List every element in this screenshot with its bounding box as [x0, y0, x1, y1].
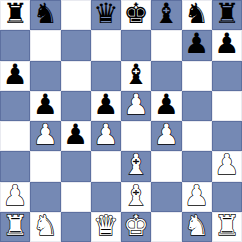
square-e8[interactable]: ♚: [121, 0, 151, 30]
square-c7[interactable]: [61, 30, 91, 60]
square-f8[interactable]: ♝: [151, 0, 181, 30]
square-d7[interactable]: [91, 30, 121, 60]
black-knight[interactable]: ♞: [33, 0, 58, 28]
square-d5[interactable]: ♟: [91, 91, 121, 121]
square-b7[interactable]: [30, 30, 60, 60]
square-a2[interactable]: ♟: [0, 182, 30, 212]
black-rook[interactable]: ♜: [214, 0, 239, 28]
white-pawn[interactable]: ♟: [93, 121, 118, 149]
square-a6[interactable]: ♟: [0, 61, 30, 91]
white-knight[interactable]: ♞: [33, 212, 58, 240]
black-pawn[interactable]: ♟: [63, 121, 88, 149]
square-h1[interactable]: ♜: [212, 212, 242, 242]
square-f6[interactable]: [151, 61, 181, 91]
square-f3[interactable]: [151, 151, 181, 181]
square-f5[interactable]: ♟: [151, 91, 181, 121]
square-a7[interactable]: [0, 30, 30, 60]
square-f4[interactable]: ♟: [151, 121, 181, 151]
square-d3[interactable]: [91, 151, 121, 181]
square-g8[interactable]: ♞: [182, 0, 212, 30]
black-knight[interactable]: ♞: [184, 0, 209, 28]
black-pawn[interactable]: ♟: [93, 91, 118, 119]
square-e5[interactable]: ♟: [121, 91, 151, 121]
square-e7[interactable]: [121, 30, 151, 60]
white-queen[interactable]: ♛: [93, 212, 118, 240]
white-pawn[interactable]: ♟: [154, 121, 179, 149]
square-g1[interactable]: ♞: [182, 212, 212, 242]
black-king[interactable]: ♚: [124, 0, 149, 28]
white-pawn[interactable]: ♟: [184, 182, 209, 210]
square-g2[interactable]: ♟: [182, 182, 212, 212]
square-d6[interactable]: [91, 61, 121, 91]
white-rook[interactable]: ♜: [3, 212, 28, 240]
square-a1[interactable]: ♜: [0, 212, 30, 242]
square-g3[interactable]: [182, 151, 212, 181]
square-c6[interactable]: [61, 61, 91, 91]
white-bishop[interactable]: ♝: [124, 151, 149, 179]
square-h3[interactable]: ♟: [212, 151, 242, 181]
white-bishop[interactable]: ♝: [124, 182, 149, 210]
square-e4[interactable]: [121, 121, 151, 151]
square-c3[interactable]: [61, 151, 91, 181]
square-d8[interactable]: ♛: [91, 0, 121, 30]
square-f1[interactable]: [151, 212, 181, 242]
square-b2[interactable]: [30, 182, 60, 212]
square-d4[interactable]: ♟: [91, 121, 121, 151]
square-h8[interactable]: ♜: [212, 0, 242, 30]
square-f2[interactable]: [151, 182, 181, 212]
white-pawn[interactable]: ♟: [214, 151, 239, 179]
square-a4[interactable]: [0, 121, 30, 151]
black-pawn[interactable]: ♟: [214, 30, 239, 58]
square-h5[interactable]: [212, 91, 242, 121]
square-a8[interactable]: ♜: [0, 0, 30, 30]
black-rook[interactable]: ♜: [3, 0, 28, 28]
square-g5[interactable]: [182, 91, 212, 121]
square-f7[interactable]: [151, 30, 181, 60]
black-pawn[interactable]: ♟: [154, 91, 179, 119]
square-e2[interactable]: ♝: [121, 182, 151, 212]
square-a5[interactable]: [0, 91, 30, 121]
square-b6[interactable]: [30, 61, 60, 91]
square-h7[interactable]: ♟: [212, 30, 242, 60]
black-pawn[interactable]: ♟: [184, 30, 209, 58]
white-rook[interactable]: ♜: [214, 212, 239, 240]
chess-board: ♜♞♛♚♝♞♜♟♟♟♝♟♟♟♟♟♟♟♟♝♟♟♝♟♜♞♛♚♞♜: [0, 0, 242, 242]
white-pawn[interactable]: ♟: [33, 121, 58, 149]
black-bishop[interactable]: ♝: [124, 61, 149, 89]
white-king[interactable]: ♚: [124, 212, 149, 240]
square-g7[interactable]: ♟: [182, 30, 212, 60]
square-c8[interactable]: [61, 0, 91, 30]
square-e6[interactable]: ♝: [121, 61, 151, 91]
square-c2[interactable]: [61, 182, 91, 212]
square-h2[interactable]: [212, 182, 242, 212]
square-b5[interactable]: ♟: [30, 91, 60, 121]
square-c5[interactable]: [61, 91, 91, 121]
square-e1[interactable]: ♚: [121, 212, 151, 242]
square-d2[interactable]: [91, 182, 121, 212]
black-queen[interactable]: ♛: [93, 0, 118, 28]
square-b1[interactable]: ♞: [30, 212, 60, 242]
square-b4[interactable]: ♟: [30, 121, 60, 151]
square-d1[interactable]: ♛: [91, 212, 121, 242]
square-h4[interactable]: [212, 121, 242, 151]
white-pawn[interactable]: ♟: [124, 91, 149, 119]
square-a3[interactable]: [0, 151, 30, 181]
square-g6[interactable]: [182, 61, 212, 91]
black-bishop[interactable]: ♝: [154, 0, 179, 28]
white-knight[interactable]: ♞: [184, 212, 209, 240]
white-pawn[interactable]: ♟: [3, 182, 28, 210]
square-g4[interactable]: [182, 121, 212, 151]
black-pawn[interactable]: ♟: [3, 61, 28, 89]
square-b3[interactable]: [30, 151, 60, 181]
square-e3[interactable]: ♝: [121, 151, 151, 181]
square-b8[interactable]: ♞: [30, 0, 60, 30]
square-h6[interactable]: [212, 61, 242, 91]
square-c1[interactable]: [61, 212, 91, 242]
square-c4[interactable]: ♟: [61, 121, 91, 151]
black-pawn[interactable]: ♟: [33, 91, 58, 119]
